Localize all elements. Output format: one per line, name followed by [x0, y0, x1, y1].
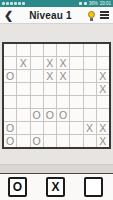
grid-cell-r1c6[interactable] — [70, 44, 82, 56]
bulb-glass — [88, 11, 95, 18]
grid-cell-r2c6[interactable] — [70, 57, 82, 69]
grid-cell-r5c1[interactable] — [4, 96, 16, 108]
grid-cell-r3c7[interactable] — [84, 70, 96, 82]
grid-cell-r2c8[interactable] — [97, 57, 109, 69]
puzzle-grid: XXXOXXXXOOOOXXOOX — [2, 42, 111, 149]
grid-cell-r3c3[interactable] — [31, 70, 43, 82]
grid-cell-r3c8[interactable]: X — [97, 70, 109, 82]
grid-cell-r8c2[interactable] — [17, 135, 29, 147]
grid-cell-r7c5[interactable] — [57, 122, 69, 134]
grid-cell-r1c5[interactable] — [57, 44, 69, 56]
grid-cell-r6c8[interactable] — [97, 109, 109, 121]
notification-icon — [18, 2, 21, 5]
grid-cell-r4c1[interactable] — [4, 83, 16, 95]
grid-cell-r3c4[interactable]: X — [44, 70, 56, 82]
hint-lightbulb-icon[interactable] — [87, 10, 95, 21]
grid-cell-r7c6[interactable] — [70, 122, 82, 134]
signal-icon — [84, 2, 87, 5]
status-bar: 36% 20:01 — [0, 0, 113, 7]
page-title: Niveau 1 — [14, 10, 87, 21]
grid-cell-r6c1[interactable] — [4, 109, 16, 121]
grid-cell-r7c8[interactable]: X — [97, 122, 109, 134]
grid-cell-r4c2[interactable] — [17, 83, 29, 95]
clock: 20:01 — [100, 0, 111, 7]
grid-cell-r5c2[interactable] — [17, 96, 29, 108]
grid-cell-r2c3[interactable] — [31, 57, 43, 69]
grid-cell-r7c1[interactable]: O — [4, 122, 16, 134]
grid-cell-r6c7[interactable] — [84, 109, 96, 121]
grid-cell-r8c7[interactable] — [84, 135, 96, 147]
grid-cell-r4c7[interactable] — [84, 83, 96, 95]
palette-x-button[interactable]: X — [46, 177, 65, 197]
notification-icon — [6, 2, 9, 5]
grid-cell-r1c2[interactable] — [17, 44, 29, 56]
grid-cell-r8c8[interactable]: X — [97, 135, 109, 147]
grid-cell-r1c7[interactable] — [84, 44, 96, 56]
grid-cell-r2c5[interactable]: X — [57, 57, 69, 69]
app-header: ❮ Niveau 1 — [0, 7, 113, 24]
grid-cell-r7c2[interactable] — [17, 122, 29, 134]
notification-icon — [10, 2, 13, 5]
grid-cell-r5c6[interactable] — [70, 96, 82, 108]
grid-cell-r7c3[interactable] — [31, 122, 43, 134]
grid-cell-r5c5[interactable] — [57, 96, 69, 108]
grid-cell-r3c2[interactable] — [17, 70, 29, 82]
bulb-base — [90, 18, 93, 21]
grid-cell-r5c4[interactable] — [44, 96, 56, 108]
notification-icon — [2, 2, 5, 5]
grid-cell-r4c8[interactable]: X — [97, 83, 109, 95]
grid-cell-r4c5[interactable] — [57, 83, 69, 95]
grid-cell-r3c1[interactable]: O — [4, 70, 16, 82]
back-chevron-icon[interactable]: ❮ — [4, 7, 14, 23]
palette-erase-button[interactable] — [84, 177, 103, 197]
grid-cell-r8c3[interactable]: O — [31, 135, 43, 147]
grid-cell-r2c7[interactable] — [84, 57, 96, 69]
grid-cell-r4c4[interactable] — [44, 83, 56, 95]
notification-icons — [2, 2, 25, 5]
toolbar-shadow-band — [0, 164, 113, 173]
grid-cell-r1c8[interactable] — [97, 44, 109, 56]
grid-cell-r8c4[interactable] — [44, 135, 56, 147]
grid-cell-r2c1[interactable] — [4, 57, 16, 69]
grid-cell-r5c3[interactable] — [31, 96, 43, 108]
grid-cell-r5c7[interactable] — [84, 96, 96, 108]
grid-cell-r7c7[interactable]: X — [84, 122, 96, 134]
wifi-icon — [79, 2, 82, 5]
battery-percent: 36% — [89, 0, 98, 7]
grid-cell-r5c8[interactable] — [97, 96, 109, 108]
grid-cell-r4c6[interactable] — [70, 83, 82, 95]
grid-cell-r8c6[interactable] — [70, 135, 82, 147]
grid-cell-r2c4[interactable]: X — [44, 57, 56, 69]
grid-cell-r1c1[interactable] — [4, 44, 16, 56]
grid-cell-r6c5[interactable]: O — [57, 109, 69, 121]
status-indicators: 36% 20:01 — [79, 0, 111, 7]
grid-cell-r6c2[interactable] — [17, 109, 29, 121]
notification-icon — [14, 2, 17, 5]
grid-cell-r1c4[interactable] — [44, 44, 56, 56]
piece-palette: O X — [0, 173, 113, 200]
grid-cell-r1c3[interactable] — [31, 44, 43, 56]
grid-cell-r4c3[interactable] — [31, 83, 43, 95]
grid-cell-r3c6[interactable] — [70, 70, 82, 82]
grid-cell-r2c2[interactable]: X — [17, 57, 29, 69]
app-screen: 36% 20:01 ❮ Niveau 1 XXXOXXXXOOOOXXOOX O… — [0, 0, 113, 200]
grid-cell-r8c1[interactable]: O — [4, 135, 16, 147]
palette-o-button[interactable]: O — [8, 177, 27, 197]
grid-cell-r6c3[interactable]: O — [31, 109, 43, 121]
grid-cell-r6c6[interactable] — [70, 109, 82, 121]
grid-cell-r7c4[interactable] — [44, 122, 56, 134]
menu-icon[interactable] — [100, 11, 109, 19]
notification-icon — [22, 2, 25, 5]
grid-cell-r8c5[interactable] — [57, 135, 69, 147]
grid-cell-r3c5[interactable]: X — [57, 70, 69, 82]
grid-cell-r6c4[interactable]: O — [44, 109, 56, 121]
